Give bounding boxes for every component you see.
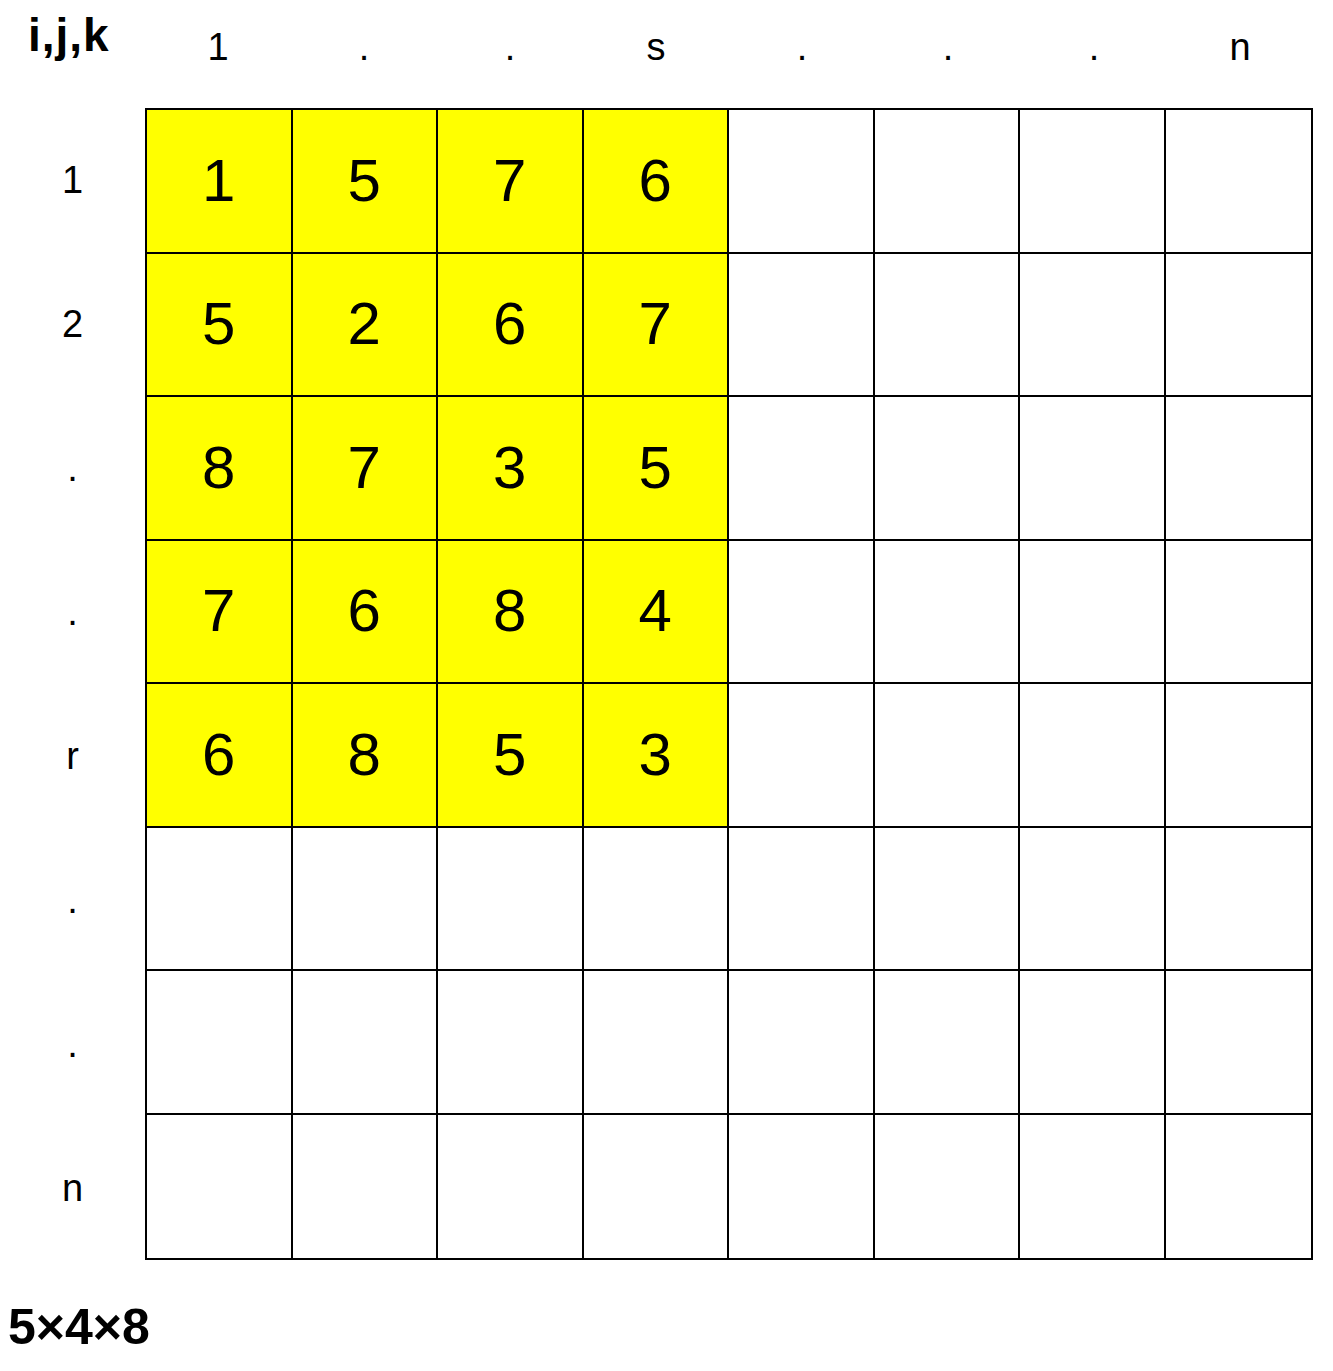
grid-cell: 6 bbox=[438, 254, 584, 398]
grid-cell bbox=[729, 684, 875, 828]
grid-cell bbox=[1166, 397, 1312, 541]
grid-cell: 7 bbox=[147, 541, 293, 685]
column-label: . bbox=[729, 12, 875, 68]
grid-cell bbox=[1166, 684, 1312, 828]
grid-cell bbox=[875, 110, 1021, 254]
grid-cell bbox=[147, 1115, 293, 1259]
grid-cell: 5 bbox=[438, 684, 584, 828]
column-labels: 1..s...n bbox=[145, 12, 1313, 68]
grid-cell bbox=[875, 1115, 1021, 1259]
grid-cell bbox=[1020, 1115, 1166, 1259]
grid-cell bbox=[1166, 110, 1312, 254]
column-label: . bbox=[291, 12, 437, 68]
grid-cell bbox=[729, 971, 875, 1115]
grid-cell bbox=[584, 1115, 730, 1259]
board: 15765267873576846853 bbox=[145, 108, 1313, 1260]
grid-cell bbox=[584, 828, 730, 972]
grid-cell bbox=[147, 971, 293, 1115]
grid-cell: 8 bbox=[438, 541, 584, 685]
grid-cell bbox=[293, 1115, 439, 1259]
page: i,j,k 1..s...n 12..r..n 1576526787357684… bbox=[0, 0, 1333, 1371]
corner-label: i,j,k bbox=[28, 8, 110, 62]
column-label: . bbox=[437, 12, 583, 68]
grid-cell bbox=[1166, 971, 1312, 1115]
column-label: . bbox=[875, 12, 1021, 68]
column-label: s bbox=[583, 12, 729, 68]
grid-cell: 5 bbox=[147, 254, 293, 398]
grid-cell bbox=[729, 541, 875, 685]
grid-cell: 8 bbox=[293, 684, 439, 828]
column-label: . bbox=[1021, 12, 1167, 68]
grid-cell: 6 bbox=[147, 684, 293, 828]
row-label: 2 bbox=[0, 252, 145, 396]
grid-cell: 5 bbox=[584, 397, 730, 541]
grid-cell: 7 bbox=[293, 397, 439, 541]
grid-cell bbox=[438, 971, 584, 1115]
grid-cell bbox=[729, 1115, 875, 1259]
grid-cell: 7 bbox=[584, 254, 730, 398]
column-label: 1 bbox=[145, 12, 291, 68]
grid-cell bbox=[875, 397, 1021, 541]
grid-cell bbox=[1166, 1115, 1312, 1259]
grid-cell bbox=[1020, 541, 1166, 685]
grid-cell: 6 bbox=[584, 110, 730, 254]
row-label: n bbox=[0, 1116, 145, 1260]
grid-cell bbox=[1020, 254, 1166, 398]
grid-cell bbox=[875, 971, 1021, 1115]
grid-cell bbox=[438, 828, 584, 972]
grid-cell bbox=[875, 828, 1021, 972]
grid-cell bbox=[147, 828, 293, 972]
row-label: r bbox=[0, 684, 145, 828]
row-label: . bbox=[0, 972, 145, 1116]
grid-cell bbox=[1020, 828, 1166, 972]
grid-cell bbox=[1166, 541, 1312, 685]
grid-cell: 1 bbox=[147, 110, 293, 254]
grid-cell bbox=[729, 397, 875, 541]
row-label: . bbox=[0, 828, 145, 972]
row-labels: 12..r..n bbox=[0, 108, 145, 1260]
grid-cell bbox=[584, 971, 730, 1115]
grid-cell bbox=[875, 254, 1021, 398]
grid-cell: 5 bbox=[293, 110, 439, 254]
grid-cell bbox=[438, 1115, 584, 1259]
row-label: . bbox=[0, 540, 145, 684]
caption: 5×4×8 bbox=[8, 1298, 150, 1356]
grid-cell: 3 bbox=[438, 397, 584, 541]
grid-cell bbox=[1166, 254, 1312, 398]
grid-cell bbox=[729, 828, 875, 972]
grid-cell: 7 bbox=[438, 110, 584, 254]
grid-cell bbox=[293, 971, 439, 1115]
grid-cell: 2 bbox=[293, 254, 439, 398]
grid-cell bbox=[1020, 684, 1166, 828]
grid-cell bbox=[729, 110, 875, 254]
grid-cell bbox=[1020, 971, 1166, 1115]
grid-cell bbox=[729, 254, 875, 398]
grid-cell: 3 bbox=[584, 684, 730, 828]
grid-cell: 8 bbox=[147, 397, 293, 541]
grid-cell bbox=[1166, 828, 1312, 972]
grid-cell: 6 bbox=[293, 541, 439, 685]
row-label: . bbox=[0, 396, 145, 540]
grid-cell bbox=[1020, 110, 1166, 254]
row-label: 1 bbox=[0, 108, 145, 252]
grid-cell bbox=[1020, 397, 1166, 541]
grid-cell bbox=[875, 684, 1021, 828]
grid-cell bbox=[875, 541, 1021, 685]
grid-cell: 4 bbox=[584, 541, 730, 685]
column-label: n bbox=[1167, 12, 1313, 68]
grid-cell bbox=[293, 828, 439, 972]
